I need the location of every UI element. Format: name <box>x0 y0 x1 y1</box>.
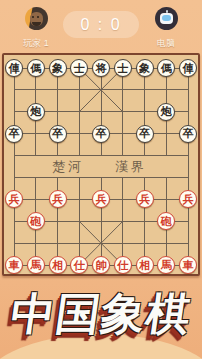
piece-red[interactable]: 相 <box>136 256 154 274</box>
piece-red[interactable]: 馬 <box>27 256 45 274</box>
piece-black[interactable]: 象 <box>136 59 154 77</box>
board-grid <box>4 55 198 274</box>
game-title-banner: 中国象棋 <box>0 289 202 340</box>
piece-black[interactable]: 傌 <box>27 59 45 77</box>
piece-red[interactable]: 車 <box>5 256 23 274</box>
piece-black[interactable]: 卒 <box>92 125 110 143</box>
xiangqi-app: 玩家 1 0 : 0 电脑 楚河 漢界 俥傌象士将士象傌俥炮炮卒卒卒卒卒兵兵兵兵… <box>0 0 202 359</box>
piece-black[interactable]: 俥 <box>179 59 197 77</box>
person-avatar-icon <box>30 12 43 26</box>
piece-black[interactable]: 卒 <box>136 125 154 143</box>
piece-red[interactable]: 仕 <box>114 256 132 274</box>
piece-black[interactable]: 士 <box>114 59 132 77</box>
piece-red[interactable]: 帥 <box>92 256 110 274</box>
river-label-left: 楚河 <box>52 158 84 176</box>
piece-black[interactable]: 卒 <box>49 125 67 143</box>
robot-avatar-icon <box>160 13 173 24</box>
river-label-right: 漢界 <box>115 158 147 176</box>
header: 玩家 1 0 : 0 电脑 <box>0 0 202 53</box>
piece-black[interactable]: 卒 <box>5 125 23 143</box>
piece-red[interactable]: 兵 <box>136 190 154 208</box>
piece-black[interactable]: 炮 <box>157 103 175 121</box>
computer-avatar[interactable] <box>155 7 178 30</box>
piece-red[interactable]: 兵 <box>49 190 67 208</box>
board[interactable]: 楚河 漢界 俥傌象士将士象傌俥炮炮卒卒卒卒卒兵兵兵兵兵砲砲車馬相仕帥仕相馬車 <box>2 53 200 276</box>
piece-red[interactable]: 相 <box>49 256 67 274</box>
piece-red[interactable]: 砲 <box>27 212 45 230</box>
piece-black[interactable]: 象 <box>49 59 67 77</box>
piece-red[interactable]: 車 <box>179 256 197 274</box>
piece-black[interactable]: 炮 <box>27 103 45 121</box>
player1-avatar[interactable] <box>25 7 48 30</box>
piece-black[interactable]: 俥 <box>5 59 23 77</box>
piece-black[interactable]: 卒 <box>179 125 197 143</box>
player1-name: 玩家 1 <box>6 37 66 50</box>
piece-black[interactable]: 将 <box>92 59 110 77</box>
computer-name: 电脑 <box>136 37 196 50</box>
score-display: 0 : 0 <box>63 11 139 38</box>
